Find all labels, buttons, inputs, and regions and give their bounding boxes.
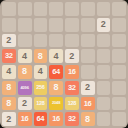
tile-2048-r7c4: 2048 bbox=[49, 97, 63, 111]
empty-cell-r1c1 bbox=[2, 2, 16, 16]
tile-8-r6c4: 8 bbox=[49, 81, 63, 95]
empty-cell-r1c3 bbox=[34, 2, 48, 16]
empty-cell-r1c4 bbox=[49, 2, 63, 16]
empty-cell-r3c8 bbox=[112, 34, 126, 48]
tile-16-r7c6: 16 bbox=[81, 97, 95, 111]
tile-128-r7c5: 128 bbox=[65, 97, 79, 111]
empty-cell-r1c6 bbox=[81, 2, 95, 16]
tile-4-r5c3: 4 bbox=[34, 65, 48, 79]
empty-cell-r7c7 bbox=[97, 97, 111, 111]
tile-16-r5c5: 16 bbox=[65, 65, 79, 79]
empty-cell-r1c5 bbox=[65, 2, 79, 16]
tile-2-r6c6: 2 bbox=[81, 81, 95, 95]
tile-8-r4c3: 8 bbox=[34, 49, 48, 63]
tile-32-r6c5: 32 bbox=[65, 81, 79, 95]
empty-cell-r3c2 bbox=[18, 34, 32, 48]
tile-64-r5c4: 64 bbox=[49, 65, 63, 79]
tile-64-r8c3: 64 bbox=[34, 112, 48, 126]
board-grid: 2232484248464168409625683228212820481281… bbox=[2, 2, 126, 126]
empty-cell-r2c5 bbox=[65, 18, 79, 32]
tile-8-r7c1: 8 bbox=[2, 97, 16, 111]
tile-128-r7c3: 128 bbox=[34, 97, 48, 111]
game-board-2048[interactable]: 2232484248464168409625683228212820481281… bbox=[0, 0, 128, 128]
tile-8-r5c2: 8 bbox=[18, 65, 32, 79]
empty-cell-r4c6 bbox=[81, 49, 95, 63]
empty-cell-r2c6 bbox=[81, 18, 95, 32]
tile-2-r4c5: 2 bbox=[65, 49, 79, 63]
empty-cell-r3c7 bbox=[97, 34, 111, 48]
empty-cell-r6c7 bbox=[97, 81, 111, 95]
empty-cell-r3c4 bbox=[49, 34, 63, 48]
empty-cell-r4c7 bbox=[97, 49, 111, 63]
empty-cell-r6c8 bbox=[112, 81, 126, 95]
empty-cell-r1c7 bbox=[97, 2, 111, 16]
tile-4-r4c4: 4 bbox=[49, 49, 63, 63]
tile-8-r6c1: 8 bbox=[2, 81, 16, 95]
empty-cell-r2c8 bbox=[112, 18, 126, 32]
empty-cell-r7c8 bbox=[112, 97, 126, 111]
empty-cell-r2c1 bbox=[2, 18, 16, 32]
tile-4096-r6c2: 4096 bbox=[18, 81, 32, 95]
tile-32-r4c1: 32 bbox=[2, 49, 16, 63]
empty-cell-r2c4 bbox=[49, 18, 63, 32]
empty-cell-r1c2 bbox=[18, 2, 32, 16]
empty-cell-r2c3 bbox=[34, 18, 48, 32]
tile-16-r8c2: 16 bbox=[18, 112, 32, 126]
empty-cell-r2c2 bbox=[18, 18, 32, 32]
empty-cell-r5c7 bbox=[97, 65, 111, 79]
tile-4-r4c2: 4 bbox=[18, 49, 32, 63]
empty-cell-r8c7 bbox=[97, 112, 111, 126]
empty-cell-r5c6 bbox=[81, 65, 95, 79]
empty-cell-r8c8 bbox=[112, 112, 126, 126]
empty-cell-r3c3 bbox=[34, 34, 48, 48]
empty-cell-r4c8 bbox=[112, 49, 126, 63]
empty-cell-r5c8 bbox=[112, 65, 126, 79]
tile-2-r3c1: 2 bbox=[2, 34, 16, 48]
tile-2-r7c2: 2 bbox=[18, 97, 32, 111]
empty-cell-r3c6 bbox=[81, 34, 95, 48]
empty-cell-r1c8 bbox=[112, 2, 126, 16]
tile-8-r8c6: 8 bbox=[81, 112, 95, 126]
tile-4-r5c1: 4 bbox=[2, 65, 16, 79]
tile-2-r2c7: 2 bbox=[97, 18, 111, 32]
tile-2-r8c1: 2 bbox=[2, 112, 16, 126]
empty-cell-r3c5 bbox=[65, 34, 79, 48]
tile-16-r8c4: 16 bbox=[49, 112, 63, 126]
tile-256-r6c3: 256 bbox=[34, 81, 48, 95]
tile-32-r8c5: 32 bbox=[65, 112, 79, 126]
